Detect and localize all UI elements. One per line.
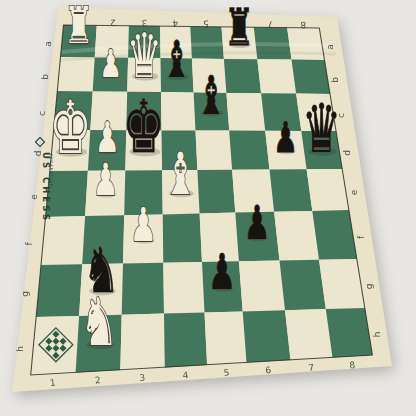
square-g3 [122,263,164,315]
piece-white-pawn-f3: ♟ [130,197,157,252]
piece-white-knight-h2: ♞ [80,284,118,361]
square-f4 [163,214,202,263]
file-label-right-e: e [349,189,359,195]
piece-black-queen-d8: ♛ [302,89,341,167]
piece-black-king-d3: ♚ [123,85,165,171]
piece-black-rook-a6: ♜ [224,0,254,57]
file-label-left-h: h [15,346,25,352]
piece-black-bishop-c5: ♝ [196,64,227,127]
square-g4 [163,262,204,314]
piece-black-pawn-d7: ♟ [273,113,298,162]
file-label-left-e: e [29,194,39,200]
piece-white-pawn-e2: ♟ [93,154,119,206]
file-label-right-d: d [342,150,352,156]
file-label-left-c: c [37,111,47,116]
square-e5 [197,170,235,214]
square-c6 [226,93,265,131]
file-label-left-b: b [40,74,50,80]
square-h4 [164,313,207,368]
piece-white-bishop-e4: ♝ [164,139,198,208]
square-h3 [120,314,165,370]
piece-white-pawn-b2: ♟ [99,41,121,86]
square-h6 [243,310,291,362]
file-label-right-g: g [364,284,374,290]
piece-white-rook-a1: ♜ [64,0,94,55]
square-h5 [205,311,247,365]
rank-label-bottom-7: 7 [308,363,315,374]
square-b6 [224,59,261,93]
square-c4 [161,92,196,130]
rank-label-top-4: 4 [172,18,178,28]
rank-label-top-8: 8 [300,20,306,30]
square-e7 [270,169,313,212]
square-g6 [239,261,285,312]
board-svg: aabbccddeeffgghh1122334455667788US CHESS… [0,0,416,416]
piece-white-queen-b3: ♛ [126,20,162,91]
file-label-left-g: g [20,291,30,297]
rank-label-bottom-1: 1 [50,378,57,389]
square-f7 [274,211,319,261]
rank-label-bottom-2: 2 [94,375,101,386]
rank-label-bottom-3: 3 [139,373,146,384]
square-g7 [280,260,326,311]
square-h8 [326,308,373,358]
square-d6 [229,131,269,170]
piece-black-pawn-f6: ♟ [243,195,270,250]
square-f1 [41,216,85,265]
square-d5 [196,131,233,171]
rank-label-bottom-5: 5 [223,368,230,379]
file-label-right-a: a [325,44,335,50]
square-b7 [257,59,296,93]
file-label-right-b: b [330,77,340,83]
file-label-left-a: a [43,41,53,47]
piece-black-pawn-g5: ♟ [208,244,237,301]
rank-label-top-5: 5 [203,19,209,29]
chessboard-photo: aabbccddeeffgghh1122334455667788US CHESS… [0,0,416,416]
square-h7 [285,309,333,360]
piece-white-king-d1: ♚ [49,85,91,171]
piece-black-bishop-b4: ♝ [162,30,191,89]
rank-label-top-2: 2 [110,18,116,28]
square-g1 [36,264,82,317]
square-e8 [307,169,349,211]
file-label-right-h: h [372,332,382,338]
rank-label-top-7: 7 [267,19,273,29]
